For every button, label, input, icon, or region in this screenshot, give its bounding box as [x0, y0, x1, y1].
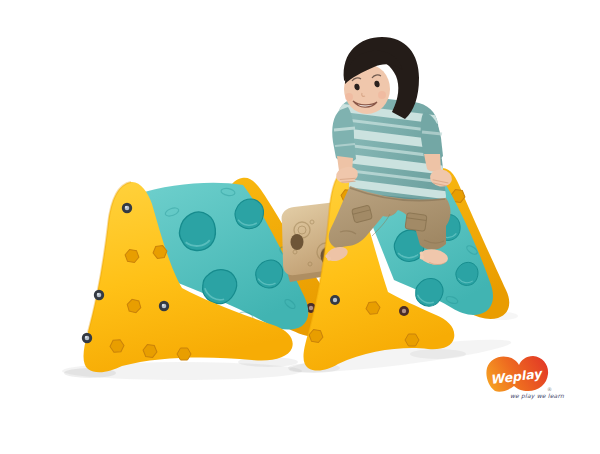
screw [330, 295, 340, 305]
beam-hole [291, 234, 304, 250]
child-head [344, 37, 419, 119]
screw [82, 333, 92, 343]
hex-hole [405, 334, 419, 346]
hex-hole [177, 348, 191, 360]
weplay-logo: Weplay ® we play we learn [486, 356, 564, 400]
cargo-pocket [405, 213, 427, 232]
screw [159, 301, 169, 311]
ramp-recess [179, 212, 215, 250]
logo-tagline-text: we play we learn [510, 392, 564, 400]
product-photo: Weplay ® we play we learn [0, 0, 600, 454]
screw [122, 203, 132, 213]
screw [399, 306, 409, 316]
screw [94, 290, 104, 300]
scene-illustration: Weplay ® we play we learn [0, 0, 600, 454]
